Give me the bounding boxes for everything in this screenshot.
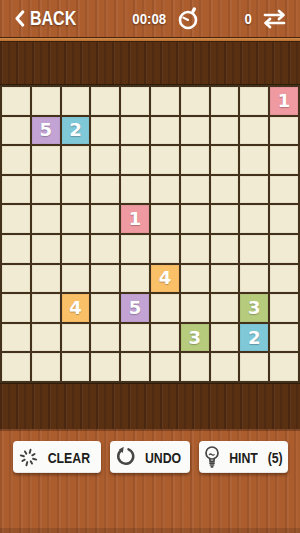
- cell-r1c6[interactable]: [151, 87, 179, 115]
- cell-r6c4[interactable]: [91, 235, 119, 263]
- cell-r1c10-clue-1[interactable]: 1: [270, 87, 298, 115]
- clear-button[interactable]: CLEAR: [13, 441, 101, 473]
- swap-arrows-icon[interactable]: [261, 9, 288, 29]
- cell-r2c10[interactable]: [270, 117, 298, 145]
- hint-label: HINT: [229, 449, 258, 466]
- chevron-left-icon: [14, 10, 25, 27]
- hint-count: (5): [268, 449, 283, 466]
- cell-r1c8[interactable]: [211, 87, 239, 115]
- cell-r5c4[interactable]: [91, 205, 119, 233]
- cell-r1c5[interactable]: [121, 87, 149, 115]
- cell-r7c1[interactable]: [2, 265, 30, 293]
- cell-r8c6[interactable]: [151, 294, 179, 322]
- board-panel: 1521445332: [0, 42, 300, 429]
- cell-r3c7[interactable]: [181, 146, 209, 174]
- cell-r3c2[interactable]: [32, 146, 60, 174]
- cell-r9c8[interactable]: [211, 324, 239, 352]
- cell-r9c7-clue-3[interactable]: 3: [181, 324, 209, 352]
- cell-r7c6-clue-4[interactable]: 4: [151, 265, 179, 293]
- cell-r5c8[interactable]: [211, 205, 239, 233]
- cell-r10c2[interactable]: [32, 353, 60, 381]
- cell-r5c10[interactable]: [270, 205, 298, 233]
- cell-r9c1[interactable]: [2, 324, 30, 352]
- cell-r2c8[interactable]: [211, 117, 239, 145]
- cell-r4c8[interactable]: [211, 176, 239, 204]
- cell-r9c10[interactable]: [270, 324, 298, 352]
- cell-r2c5[interactable]: [121, 117, 149, 145]
- cell-r10c1[interactable]: [2, 353, 30, 381]
- cell-r3c3[interactable]: [62, 146, 90, 174]
- cell-r8c1[interactable]: [2, 294, 30, 322]
- back-label: BACK: [30, 7, 76, 30]
- cell-r2c3-clue-2[interactable]: 2: [62, 117, 90, 145]
- bottom-bar: CLEAR UNDO: [0, 429, 300, 533]
- cell-r8c8[interactable]: [211, 294, 239, 322]
- cell-r4c9[interactable]: [240, 176, 268, 204]
- cell-r7c10[interactable]: [270, 265, 298, 293]
- cell-r9c9-clue-2[interactable]: 2: [240, 324, 268, 352]
- timer-group: 00:08: [130, 0, 201, 37]
- cell-r10c9[interactable]: [240, 353, 268, 381]
- cell-r4c3[interactable]: [62, 176, 90, 204]
- undo-label: UNDO: [145, 449, 181, 466]
- cell-r2c9[interactable]: [240, 117, 268, 145]
- cell-r2c6[interactable]: [151, 117, 179, 145]
- cell-r7c4[interactable]: [91, 265, 119, 293]
- cell-r7c8[interactable]: [211, 265, 239, 293]
- cell-r3c6[interactable]: [151, 146, 179, 174]
- swap-count: 0: [244, 10, 251, 27]
- undo-arrow-icon: [114, 446, 136, 468]
- cell-r9c5[interactable]: [121, 324, 149, 352]
- cell-r1c4[interactable]: [91, 87, 119, 115]
- action-buttons: CLEAR UNDO: [13, 441, 287, 473]
- burst-icon: [19, 448, 38, 467]
- cell-r4c4[interactable]: [91, 176, 119, 204]
- cell-r6c3[interactable]: [62, 235, 90, 263]
- cell-r2c1[interactable]: [2, 117, 30, 145]
- cell-r4c1[interactable]: [2, 176, 30, 204]
- topbar-edge-strip: [0, 38, 300, 42]
- clear-label: CLEAR: [48, 449, 90, 466]
- timer-value: 00:08: [132, 10, 166, 27]
- lightbulb-icon: [203, 445, 221, 469]
- cell-r1c2[interactable]: [32, 87, 60, 115]
- cell-r8c3-clue-4[interactable]: 4: [62, 294, 90, 322]
- cell-r4c2[interactable]: [32, 176, 60, 204]
- cell-r3c10[interactable]: [270, 146, 298, 174]
- cell-r8c9-clue-3[interactable]: 3: [240, 294, 268, 322]
- cell-r5c7[interactable]: [181, 205, 209, 233]
- cell-r4c7[interactable]: [181, 176, 209, 204]
- game-screen: BACK 00:08 0: [0, 0, 300, 533]
- cell-r10c10[interactable]: [270, 353, 298, 381]
- cell-r10c3[interactable]: [62, 353, 90, 381]
- cell-r8c7[interactable]: [181, 294, 209, 322]
- board-grid: 1521445332: [0, 84, 300, 384]
- cell-r7c7[interactable]: [181, 265, 209, 293]
- cell-r6c7[interactable]: [181, 235, 209, 263]
- cell-r2c4[interactable]: [91, 117, 119, 145]
- cell-r8c10[interactable]: [270, 294, 298, 322]
- cell-r5c6[interactable]: [151, 205, 179, 233]
- cell-r6c1[interactable]: [2, 235, 30, 263]
- back-button[interactable]: BACK: [14, 0, 88, 37]
- cell-r5c1[interactable]: [2, 205, 30, 233]
- cell-r7c9[interactable]: [240, 265, 268, 293]
- cell-r1c9[interactable]: [240, 87, 268, 115]
- cell-r8c5-clue-5[interactable]: 5: [121, 294, 149, 322]
- cell-r7c3[interactable]: [62, 265, 90, 293]
- cell-r2c2-clue-5[interactable]: 5: [32, 117, 60, 145]
- cell-r10c5[interactable]: [121, 353, 149, 381]
- cell-r3c5[interactable]: [121, 146, 149, 174]
- top-bar: BACK 00:08 0: [0, 0, 300, 38]
- cell-r7c5[interactable]: [121, 265, 149, 293]
- cell-r4c5[interactable]: [121, 176, 149, 204]
- cell-r9c3[interactable]: [62, 324, 90, 352]
- cell-r8c4[interactable]: [91, 294, 119, 322]
- cell-r2c7[interactable]: [181, 117, 209, 145]
- hint-button[interactable]: HINT (5): [199, 441, 288, 473]
- cell-r10c6[interactable]: [151, 353, 179, 381]
- cell-r5c5-clue-1[interactable]: 1: [121, 205, 149, 233]
- cell-r5c9[interactable]: [240, 205, 268, 233]
- cell-r9c6[interactable]: [151, 324, 179, 352]
- cell-r6c2[interactable]: [32, 235, 60, 263]
- cell-r6c10[interactable]: [270, 235, 298, 263]
- cell-r1c1[interactable]: [2, 87, 30, 115]
- cell-r10c4[interactable]: [91, 353, 119, 381]
- cell-r9c4[interactable]: [91, 324, 119, 352]
- cell-r6c6[interactable]: [151, 235, 179, 263]
- stopwatch-icon: [175, 5, 201, 32]
- cell-r3c1[interactable]: [2, 146, 30, 174]
- cell-r4c6[interactable]: [151, 176, 179, 204]
- cell-r3c9[interactable]: [240, 146, 268, 174]
- cell-r6c8[interactable]: [211, 235, 239, 263]
- cell-r7c2[interactable]: [32, 265, 60, 293]
- cell-r9c2[interactable]: [32, 324, 60, 352]
- swap-counter: 0: [244, 0, 288, 37]
- cell-r3c8[interactable]: [211, 146, 239, 174]
- cell-r4c10[interactable]: [270, 176, 298, 204]
- cell-r6c5[interactable]: [121, 235, 149, 263]
- cell-r6c9[interactable]: [240, 235, 268, 263]
- cell-r1c7[interactable]: [181, 87, 209, 115]
- undo-button[interactable]: UNDO: [110, 441, 190, 473]
- cell-r5c3[interactable]: [62, 205, 90, 233]
- cell-r8c2[interactable]: [32, 294, 60, 322]
- cell-r10c7[interactable]: [181, 353, 209, 381]
- cell-r5c2[interactable]: [32, 205, 60, 233]
- cell-r1c3[interactable]: [62, 87, 90, 115]
- cell-r3c4[interactable]: [91, 146, 119, 174]
- cell-r10c8[interactable]: [211, 353, 239, 381]
